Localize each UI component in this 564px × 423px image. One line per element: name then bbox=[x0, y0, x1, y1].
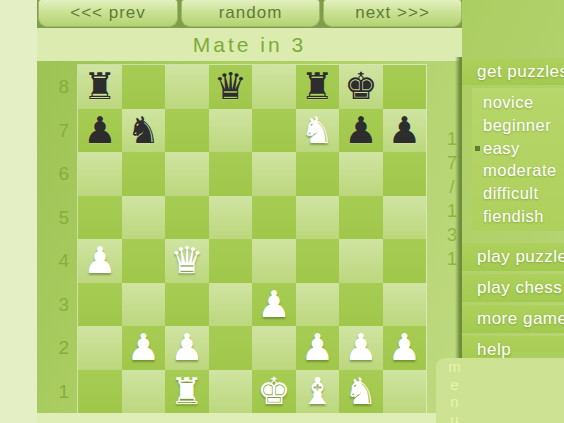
square-g6[interactable] bbox=[339, 152, 383, 196]
square-b3[interactable] bbox=[122, 283, 166, 327]
square-g4[interactable] bbox=[339, 239, 383, 283]
square-e8[interactable] bbox=[252, 65, 296, 109]
black-pawn-a7: ♟ bbox=[78, 109, 122, 153]
square-a8[interactable]: ♜ bbox=[78, 65, 122, 109]
white-rook-c1: ♜ bbox=[165, 370, 209, 414]
menu-tab-letter: n bbox=[436, 393, 474, 411]
sidebar-item-play-chess[interactable]: play chess bbox=[462, 274, 564, 302]
rank-label-8: 8 bbox=[39, 65, 69, 108]
sidebar-item-play-puzzles[interactable]: play puzzles bbox=[462, 243, 564, 271]
rank-label-3: 3 bbox=[39, 283, 69, 326]
square-e2[interactable] bbox=[252, 326, 296, 370]
square-e6[interactable] bbox=[252, 152, 296, 196]
white-pawn-h2: ♟ bbox=[383, 326, 427, 370]
square-f8[interactable]: ♜ bbox=[296, 65, 340, 109]
square-e1[interactable]: ♚ bbox=[252, 370, 296, 414]
square-e7[interactable] bbox=[252, 109, 296, 153]
square-a7[interactable]: ♟ bbox=[78, 109, 122, 153]
sidebar-item-novice[interactable]: novice bbox=[472, 91, 564, 114]
white-pawn-b2: ♟ bbox=[122, 326, 166, 370]
chess-board: ♜♛♜♚♟♞♞♟♟♟♛♟♟♟♟♟♟♜♚♝♞ bbox=[78, 65, 426, 413]
white-pawn-g2: ♟ bbox=[339, 326, 383, 370]
square-c5[interactable] bbox=[165, 196, 209, 240]
square-h4[interactable] bbox=[383, 239, 427, 283]
rank-label-6: 6 bbox=[39, 152, 69, 195]
square-d5[interactable] bbox=[209, 196, 253, 240]
square-a1[interactable] bbox=[78, 370, 122, 414]
square-c3[interactable] bbox=[165, 283, 209, 327]
square-h2[interactable]: ♟ bbox=[383, 326, 427, 370]
square-d1[interactable] bbox=[209, 370, 253, 414]
square-g7[interactable]: ♟ bbox=[339, 109, 383, 153]
square-b6[interactable] bbox=[122, 152, 166, 196]
square-g3[interactable] bbox=[339, 283, 383, 327]
square-h8[interactable] bbox=[383, 65, 427, 109]
square-f2[interactable]: ♟ bbox=[296, 326, 340, 370]
square-b2[interactable]: ♟ bbox=[122, 326, 166, 370]
square-a2[interactable] bbox=[78, 326, 122, 370]
square-a5[interactable] bbox=[78, 196, 122, 240]
main-area: <<< prev random next >>> Mate in 3 87654… bbox=[37, 0, 462, 423]
menu-tab-letter: m bbox=[436, 358, 474, 376]
square-f4[interactable] bbox=[296, 239, 340, 283]
square-h6[interactable] bbox=[383, 152, 427, 196]
white-pawn-a4: ♟ bbox=[78, 239, 122, 283]
puzzle-page: <<< prev random next >>> Mate in 3 87654… bbox=[0, 0, 564, 423]
page-title: Mate in 3 bbox=[37, 28, 462, 61]
square-f1[interactable]: ♝ bbox=[296, 370, 340, 414]
bottom-strip bbox=[37, 413, 462, 423]
white-bishop-f1: ♝ bbox=[296, 370, 340, 414]
rank-label-4: 4 bbox=[39, 239, 69, 282]
square-d6[interactable] bbox=[209, 152, 253, 196]
white-queen-c4: ♛ bbox=[165, 239, 209, 283]
prev-button[interactable]: <<< prev bbox=[38, 0, 178, 27]
rank-label-2: 2 bbox=[39, 326, 69, 369]
square-b5[interactable] bbox=[122, 196, 166, 240]
square-h1[interactable] bbox=[383, 370, 427, 414]
rank-label-1: 1 bbox=[39, 370, 69, 413]
square-g2[interactable]: ♟ bbox=[339, 326, 383, 370]
square-d3[interactable] bbox=[209, 283, 253, 327]
square-f6[interactable] bbox=[296, 152, 340, 196]
square-c1[interactable]: ♜ bbox=[165, 370, 209, 414]
difficulty-submenu: novicebeginnereasymoderatedifficultfiend… bbox=[472, 88, 564, 231]
sidebar-item-get-puzzles[interactable]: get puzzles bbox=[462, 58, 564, 85]
square-e5[interactable] bbox=[252, 196, 296, 240]
sidebar-item-more-games[interactable]: more games bbox=[462, 305, 564, 333]
sidebar-shadow-edge bbox=[455, 57, 462, 362]
square-c4[interactable]: ♛ bbox=[165, 239, 209, 283]
square-e3[interactable]: ♟ bbox=[252, 283, 296, 327]
square-b8[interactable] bbox=[122, 65, 166, 109]
square-e4[interactable] bbox=[252, 239, 296, 283]
menu-tab[interactable]: menu bbox=[436, 358, 564, 423]
square-h5[interactable] bbox=[383, 196, 427, 240]
sidebar-item-beginner[interactable]: beginner bbox=[472, 114, 564, 137]
white-king-e1: ♚ bbox=[252, 370, 296, 414]
random-button[interactable]: random bbox=[181, 0, 320, 27]
rank-label-7: 7 bbox=[39, 109, 69, 152]
next-button[interactable]: next >>> bbox=[323, 0, 462, 27]
black-rook-a8: ♜ bbox=[78, 65, 122, 109]
square-b4[interactable] bbox=[122, 239, 166, 283]
black-pawn-h7: ♟ bbox=[383, 109, 427, 153]
sidebar-item-moderate[interactable]: moderate bbox=[472, 159, 564, 182]
white-pawn-e3: ♟ bbox=[252, 283, 296, 327]
sidebar-item-fiendish[interactable]: fiendish bbox=[472, 205, 564, 228]
menu-tab-letter: u bbox=[436, 411, 474, 423]
square-f3[interactable] bbox=[296, 283, 340, 327]
black-king-g8: ♚ bbox=[339, 65, 383, 109]
square-a3[interactable] bbox=[78, 283, 122, 327]
square-a4[interactable]: ♟ bbox=[78, 239, 122, 283]
rank-label-5: 5 bbox=[39, 196, 69, 239]
square-d7[interactable] bbox=[209, 109, 253, 153]
square-h7[interactable]: ♟ bbox=[383, 109, 427, 153]
square-b7[interactable]: ♞ bbox=[122, 109, 166, 153]
black-pawn-g7: ♟ bbox=[339, 109, 383, 153]
square-f7[interactable]: ♞ bbox=[296, 109, 340, 153]
square-g5[interactable] bbox=[339, 196, 383, 240]
square-d8[interactable]: ♛ bbox=[209, 65, 253, 109]
square-d2[interactable] bbox=[209, 326, 253, 370]
square-d4[interactable] bbox=[209, 239, 253, 283]
square-g8[interactable]: ♚ bbox=[339, 65, 383, 109]
square-h3[interactable] bbox=[383, 283, 427, 327]
square-f5[interactable] bbox=[296, 196, 340, 240]
square-c2[interactable]: ♟ bbox=[165, 326, 209, 370]
black-knight-b7: ♞ bbox=[122, 109, 166, 153]
square-c7[interactable] bbox=[165, 109, 209, 153]
black-rook-f8: ♜ bbox=[296, 65, 340, 109]
square-c6[interactable] bbox=[165, 152, 209, 196]
selected-bullet-icon bbox=[475, 146, 480, 151]
white-knight-f7: ♞ bbox=[296, 109, 340, 153]
square-a6[interactable] bbox=[78, 152, 122, 196]
white-pawn-f2: ♟ bbox=[296, 326, 340, 370]
white-pawn-c2: ♟ bbox=[165, 326, 209, 370]
puzzle-goal-band: Mate in 3 bbox=[37, 28, 462, 61]
menu-tab-letter: e bbox=[436, 376, 474, 394]
square-b1[interactable] bbox=[122, 370, 166, 414]
sidebar-item-easy[interactable]: easy bbox=[472, 137, 564, 160]
black-queen-d8: ♛ bbox=[209, 65, 253, 109]
square-c8[interactable] bbox=[165, 65, 209, 109]
square-g1[interactable]: ♞ bbox=[339, 370, 383, 414]
sidebar-item-difficult[interactable]: difficult bbox=[472, 182, 564, 205]
white-knight-g1: ♞ bbox=[339, 370, 383, 414]
